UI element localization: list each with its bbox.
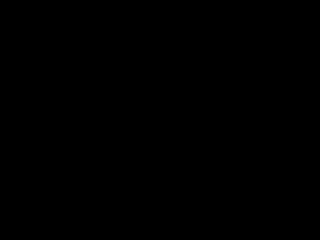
- chess-board: [40, 0, 280, 180]
- letterbox-right: [280, 0, 320, 180]
- letterbox-left: [0, 0, 40, 180]
- chess-video-frame[interactable]: [0, 0, 320, 180]
